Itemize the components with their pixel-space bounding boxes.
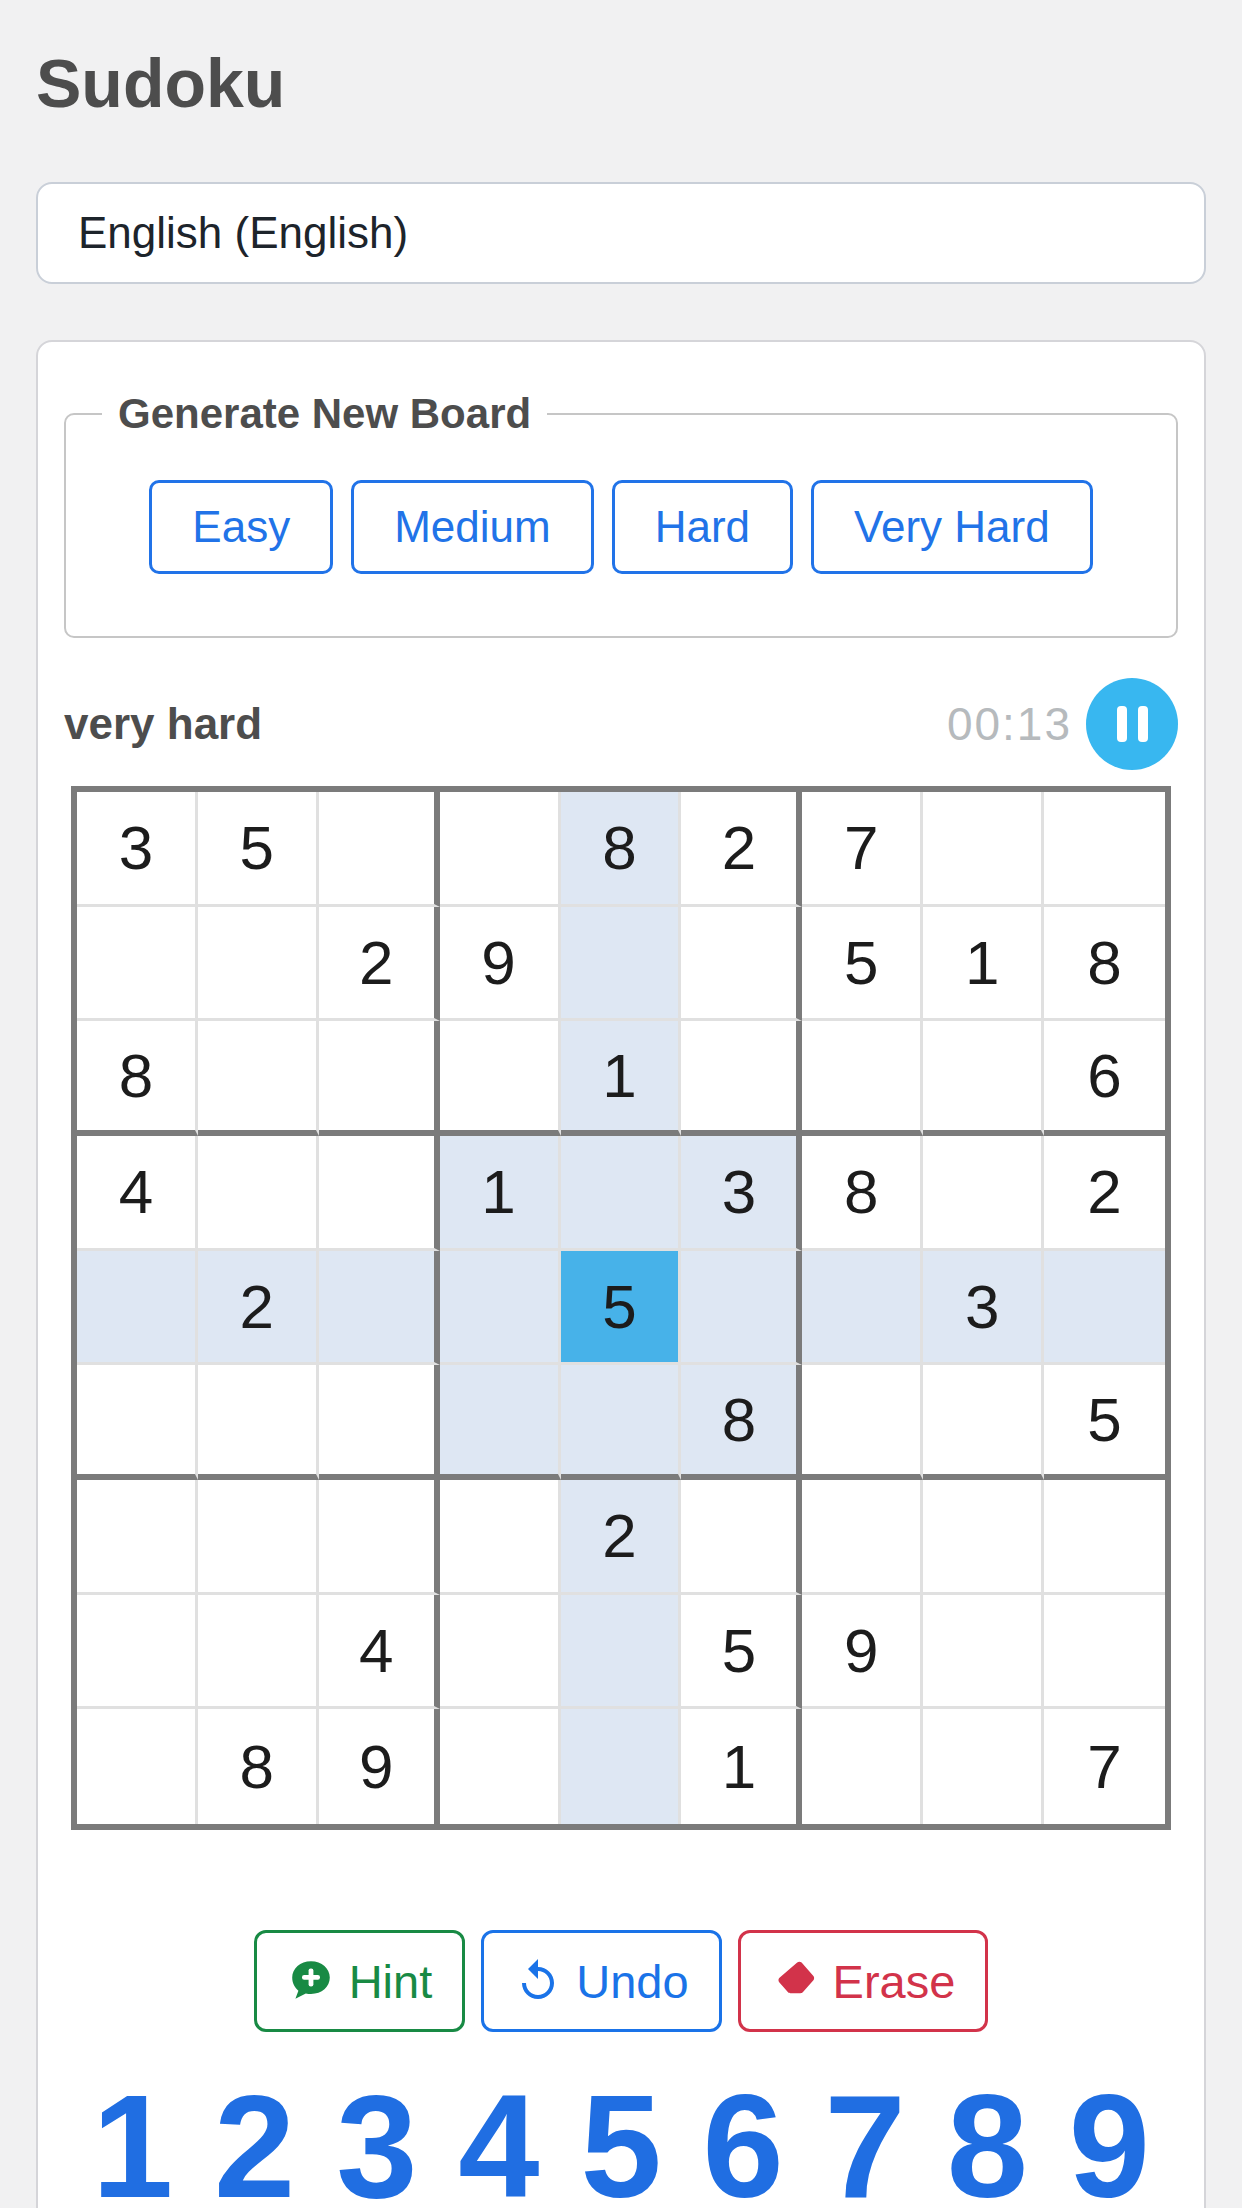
timer-display: 00:13 bbox=[947, 697, 1072, 751]
difficulty-button-medium[interactable]: Medium bbox=[351, 480, 594, 574]
hint-label: Hint bbox=[349, 1954, 433, 2009]
numpad-9[interactable]: 9 bbox=[1069, 2074, 1150, 2208]
cell-r2c1[interactable] bbox=[77, 907, 198, 1022]
cell-r8c4[interactable] bbox=[440, 1595, 561, 1710]
cell-r1c9[interactable] bbox=[1044, 792, 1165, 907]
cell-r5c9[interactable] bbox=[1044, 1251, 1165, 1366]
cell-r4c9[interactable]: 2 bbox=[1044, 1136, 1165, 1251]
cell-r8c5[interactable] bbox=[561, 1595, 682, 1710]
generator-legend: Generate New Board bbox=[102, 390, 547, 438]
cell-r6c8[interactable] bbox=[923, 1365, 1044, 1480]
cell-r7c5[interactable]: 2 bbox=[561, 1480, 682, 1595]
cell-r3c6[interactable] bbox=[681, 1021, 802, 1136]
page: Sudoku English (English) Generate New Bo… bbox=[0, 0, 1242, 2208]
undo-button[interactable]: Undo bbox=[481, 1930, 721, 2032]
eraser-icon bbox=[771, 1957, 819, 2005]
cell-r5c2[interactable]: 2 bbox=[198, 1251, 319, 1366]
controls-row: HintUndoErase bbox=[64, 1930, 1178, 2032]
cell-r2c5[interactable] bbox=[561, 907, 682, 1022]
numpad-1[interactable]: 1 bbox=[92, 2074, 173, 2208]
cell-r6c6[interactable]: 8 bbox=[681, 1365, 802, 1480]
cell-r7c9[interactable] bbox=[1044, 1480, 1165, 1595]
cell-r3c8[interactable] bbox=[923, 1021, 1044, 1136]
cell-r2c7[interactable]: 5 bbox=[802, 907, 923, 1022]
cell-r1c4[interactable] bbox=[440, 792, 561, 907]
cell-r7c7[interactable] bbox=[802, 1480, 923, 1595]
current-difficulty-label: very hard bbox=[64, 699, 947, 749]
cell-r8c6[interactable]: 5 bbox=[681, 1595, 802, 1710]
status-row: very hard 00:13 bbox=[64, 678, 1178, 770]
cell-r2c6[interactable] bbox=[681, 907, 802, 1022]
erase-button[interactable]: Erase bbox=[738, 1930, 989, 2032]
cell-r7c1[interactable] bbox=[77, 1480, 198, 1595]
cell-r1c7[interactable]: 7 bbox=[802, 792, 923, 907]
cell-r9c6[interactable]: 1 bbox=[681, 1709, 802, 1824]
cell-r5c3[interactable] bbox=[319, 1251, 440, 1366]
page-title: Sudoku bbox=[36, 0, 1206, 122]
cell-r4c6[interactable]: 3 bbox=[681, 1136, 802, 1251]
cell-r4c1[interactable]: 4 bbox=[77, 1136, 198, 1251]
cell-r4c5[interactable] bbox=[561, 1136, 682, 1251]
cell-r1c5[interactable]: 8 bbox=[561, 792, 682, 907]
cell-r2c3[interactable]: 2 bbox=[319, 907, 440, 1022]
language-select-value: English (English) bbox=[78, 208, 408, 258]
cell-r3c5[interactable]: 1 bbox=[561, 1021, 682, 1136]
difficulty-button-easy[interactable]: Easy bbox=[149, 480, 333, 574]
cell-r8c1[interactable] bbox=[77, 1595, 198, 1710]
undo-arrow-icon bbox=[514, 1957, 562, 2005]
cell-r5c7[interactable] bbox=[802, 1251, 923, 1366]
cell-r6c1[interactable] bbox=[77, 1365, 198, 1480]
cell-r8c9[interactable] bbox=[1044, 1595, 1165, 1710]
cell-r2c2[interactable] bbox=[198, 907, 319, 1022]
pause-button[interactable] bbox=[1086, 678, 1178, 770]
cell-r6c5[interactable] bbox=[561, 1365, 682, 1480]
cell-r6c7[interactable] bbox=[802, 1365, 923, 1480]
cell-r1c1[interactable]: 3 bbox=[77, 792, 198, 907]
cell-r9c9[interactable]: 7 bbox=[1044, 1709, 1165, 1824]
cell-r3c9[interactable]: 6 bbox=[1044, 1021, 1165, 1136]
cell-r5c1[interactable] bbox=[77, 1251, 198, 1366]
numpad-7[interactable]: 7 bbox=[825, 2074, 906, 2208]
cell-r9c4[interactable] bbox=[440, 1709, 561, 1824]
cell-r4c8[interactable] bbox=[923, 1136, 1044, 1251]
numpad-8[interactable]: 8 bbox=[947, 2074, 1028, 2208]
difficulty-row: EasyMediumHardVery Hard bbox=[82, 480, 1160, 574]
erase-label: Erase bbox=[833, 1954, 956, 2009]
cell-r6c3[interactable] bbox=[319, 1365, 440, 1480]
cell-r4c2[interactable] bbox=[198, 1136, 319, 1251]
cell-r1c8[interactable] bbox=[923, 792, 1044, 907]
cell-r7c2[interactable] bbox=[198, 1480, 319, 1595]
cell-r9c3[interactable]: 9 bbox=[319, 1709, 440, 1824]
numpad-4[interactable]: 4 bbox=[458, 2074, 539, 2208]
cell-r3c7[interactable] bbox=[802, 1021, 923, 1136]
numpad-3[interactable]: 3 bbox=[336, 2074, 417, 2208]
cell-r8c2[interactable] bbox=[198, 1595, 319, 1710]
cell-r3c4[interactable] bbox=[440, 1021, 561, 1136]
language-select[interactable]: English (English) bbox=[36, 182, 1206, 284]
hint-button[interactable]: Hint bbox=[254, 1930, 466, 2032]
hint-bubble-plus-icon bbox=[287, 1957, 335, 2005]
cell-r7c3[interactable] bbox=[319, 1480, 440, 1595]
cell-r4c7[interactable]: 8 bbox=[802, 1136, 923, 1251]
numpad-2[interactable]: 2 bbox=[214, 2074, 295, 2208]
cell-r7c6[interactable] bbox=[681, 1480, 802, 1595]
main-card: Generate New Board EasyMediumHardVery Ha… bbox=[36, 340, 1206, 2208]
cell-r2c4[interactable]: 9 bbox=[440, 907, 561, 1022]
cell-r1c3[interactable] bbox=[319, 792, 440, 907]
cell-r2c9[interactable]: 8 bbox=[1044, 907, 1165, 1022]
cell-r3c2[interactable] bbox=[198, 1021, 319, 1136]
cell-r6c4[interactable] bbox=[440, 1365, 561, 1480]
numpad-5[interactable]: 5 bbox=[580, 2074, 661, 2208]
undo-label: Undo bbox=[576, 1954, 688, 2009]
cell-r9c7[interactable] bbox=[802, 1709, 923, 1824]
cell-r4c3[interactable] bbox=[319, 1136, 440, 1251]
cell-r6c9[interactable]: 5 bbox=[1044, 1365, 1165, 1480]
cell-r8c8[interactable] bbox=[923, 1595, 1044, 1710]
cell-r9c5[interactable] bbox=[561, 1709, 682, 1824]
cell-r5c6[interactable] bbox=[681, 1251, 802, 1366]
difficulty-button-hard[interactable]: Hard bbox=[612, 480, 793, 574]
cell-r1c2[interactable]: 5 bbox=[198, 792, 319, 907]
cell-r9c2[interactable]: 8 bbox=[198, 1709, 319, 1824]
cell-r5c4[interactable] bbox=[440, 1251, 561, 1366]
cell-r5c8[interactable]: 3 bbox=[923, 1251, 1044, 1366]
sudoku-grid: 3582729518816413822538524598917 bbox=[71, 786, 1171, 1830]
cell-r9c1[interactable] bbox=[77, 1709, 198, 1824]
cell-r1c6[interactable]: 2 bbox=[681, 792, 802, 907]
cell-r7c4[interactable] bbox=[440, 1480, 561, 1595]
cell-r8c3[interactable]: 4 bbox=[319, 1595, 440, 1710]
numpad-6[interactable]: 6 bbox=[702, 2074, 783, 2208]
cell-r6c2[interactable] bbox=[198, 1365, 319, 1480]
number-pad: 123456789 bbox=[64, 2074, 1178, 2208]
cell-r9c8[interactable] bbox=[923, 1709, 1044, 1824]
cell-r5c5[interactable]: 5 bbox=[561, 1251, 682, 1366]
cell-r8c7[interactable]: 9 bbox=[802, 1595, 923, 1710]
cell-r3c3[interactable] bbox=[319, 1021, 440, 1136]
cell-r2c8[interactable]: 1 bbox=[923, 907, 1044, 1022]
cell-r3c1[interactable]: 8 bbox=[77, 1021, 198, 1136]
cell-r7c8[interactable] bbox=[923, 1480, 1044, 1595]
difficulty-button-very-hard[interactable]: Very Hard bbox=[811, 480, 1093, 574]
pause-icon bbox=[1117, 706, 1148, 742]
generator-fieldset: Generate New Board EasyMediumHardVery Ha… bbox=[64, 390, 1178, 638]
cell-r4c4[interactable]: 1 bbox=[440, 1136, 561, 1251]
